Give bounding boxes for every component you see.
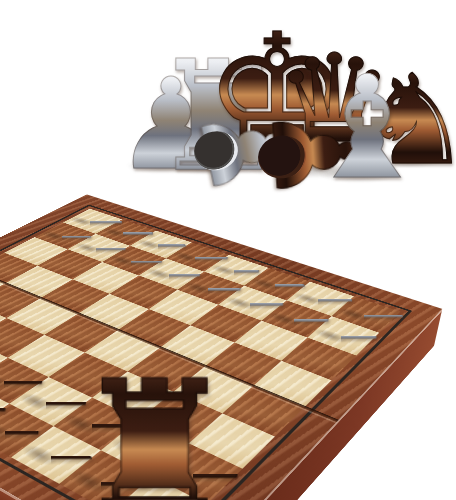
loose-silver-bishop: ♝ <box>303 57 430 199</box>
product-photo: ♟♜♚♛♝♞♟♟ ♜♞♝♚♛♝♞♜♟♟♟♟♟♟♟♟♟♟♟♟♟♟♟♟♜♞♝♚♛♝♞… <box>0 0 456 500</box>
loose-pieces-group: ♟♜♚♛♝♞♟♟ <box>0 0 456 500</box>
